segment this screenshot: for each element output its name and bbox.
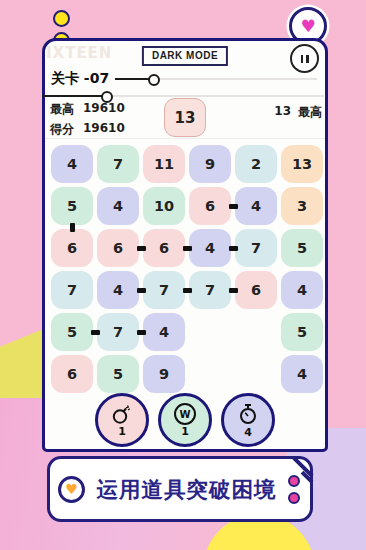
magenta-dot [288,475,300,487]
magenta-dot [288,492,300,504]
heart-icon: ♥ [65,482,78,496]
grid-cell[interactable]: 9 [189,145,231,183]
banner-text: 运用道具突破困境 [85,475,288,504]
grid-cell[interactable]: 4 [97,271,139,309]
grid-cell[interactable]: 6 [51,229,93,267]
board: 47119213541064366647574776457456594 [51,145,323,393]
secondary-progress-fill [42,95,107,98]
pause-icon [301,55,304,63]
link-connector [229,246,238,251]
grid-cell[interactable]: 4 [235,187,277,225]
grid-cell[interactable]: 7 [97,313,139,351]
score-label: 得分 [50,121,74,138]
wildcard-count: 1 [181,426,189,437]
grid-cell[interactable]: 7 [51,271,93,309]
grid-cell[interactable]: 4 [143,313,185,351]
grid-cell[interactable]: 6 [235,271,277,309]
game-card: IXTEEN DARK MODE 关卡 -07 最高19610 得分19610 … [42,38,328,452]
grid-empty-cell [189,313,231,351]
right-best-label: 最高 [298,104,322,121]
grid-cell[interactable]: 2 [235,145,277,183]
level-progress-knob[interactable] [148,74,160,86]
link-connector [91,330,100,335]
grid-cell[interactable]: 11 [143,145,185,183]
grid-cell[interactable]: 7 [235,229,277,267]
yellow-dot [53,10,70,27]
watermark-logo: IXTEEN [46,44,112,62]
grid-cell[interactable]: 9 [143,355,185,393]
link-connector [229,288,238,293]
grid-cell[interactable]: 6 [143,229,185,267]
grid-cell[interactable]: 5 [51,187,93,225]
link-connector [229,204,238,209]
level-label: 关卡 -07 [51,70,109,88]
grid-empty-cell [189,355,231,393]
grid-cell[interactable]: 4 [281,355,323,393]
grid-cell[interactable]: 5 [51,313,93,351]
link-connector [137,288,146,293]
grid-cell[interactable]: 4 [97,187,139,225]
link-connector [137,330,146,335]
dark-mode-button[interactable]: DARK MODE [142,46,228,66]
grid-cell[interactable]: 7 [143,271,185,309]
banner-dots [288,475,300,504]
right-best-value: 13 [274,104,291,121]
banner-heart-badge: ♥ [58,476,85,503]
grid-empty-cell [235,313,277,351]
bomb-icon [111,403,133,425]
grid-cell[interactable]: 4 [51,145,93,183]
timer-icon [237,402,259,426]
powerup-bar: 1 W 1 4 [45,393,325,447]
wildcard-w-icon: W [174,403,196,425]
grid-cell[interactable]: 13 [281,145,323,183]
grid-cell[interactable]: 6 [51,355,93,393]
grid-cell[interactable]: 3 [281,187,323,225]
hint-banner: ♥ 运用道具突破困境 [47,456,313,522]
score-value: 19610 [83,121,125,138]
link-connector [70,223,75,232]
level-progress-slider[interactable] [115,74,317,84]
grid-cell[interactable]: 5 [281,229,323,267]
bomb-count: 1 [118,426,126,437]
grid-cell[interactable]: 7 [97,145,139,183]
grid-cell[interactable]: 6 [189,187,231,225]
timer-powerup-button[interactable]: 4 [221,393,275,447]
timer-count: 4 [244,427,252,438]
grid-empty-cell [235,355,277,393]
divider-line [45,138,325,139]
best-label: 最高 [50,101,74,118]
grid-cell[interactable]: 5 [281,313,323,351]
center-target-tile: 13 [164,98,206,137]
link-connector [183,288,192,293]
grid-cell[interactable]: 4 [189,229,231,267]
grid-cell[interactable]: 7 [189,271,231,309]
grid-cell[interactable]: 4 [281,271,323,309]
bomb-powerup-button[interactable]: 1 [95,393,149,447]
link-connector [183,246,192,251]
wildcard-powerup-button[interactable]: W 1 [158,393,212,447]
grid-cell[interactable]: 10 [143,187,185,225]
best-value: 19610 [83,101,125,118]
score-panel: 最高19610 得分19610 [50,101,125,141]
heart-icon: ♥ [300,18,315,35]
game-screen: ♥ IXTEEN DARK MODE 关卡 -07 最高19610 得分1961… [0,0,366,550]
pause-button[interactable] [290,44,319,73]
link-connector [137,246,146,251]
grid-cell[interactable]: 6 [97,229,139,267]
grid-cell[interactable]: 5 [97,355,139,393]
right-best-panel: 13 最高 [274,104,322,121]
